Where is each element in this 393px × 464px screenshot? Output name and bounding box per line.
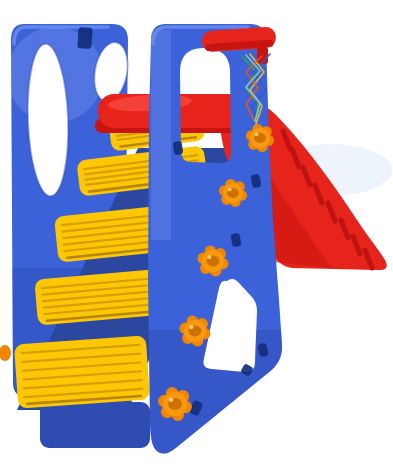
right-panel-sheen: [151, 30, 171, 240]
stair-base: [40, 402, 150, 448]
product-photo: [0, 0, 393, 464]
climber-slide-illustration: [0, 0, 393, 464]
knob-glint: [169, 398, 173, 402]
knob-glint: [228, 187, 232, 191]
knob-glint: [207, 255, 211, 259]
knob-glint: [255, 132, 259, 136]
bolt-slot: [77, 27, 92, 49]
step: [14, 335, 150, 408]
knob-glint: [189, 325, 193, 329]
orange-peg: [0, 345, 11, 361]
